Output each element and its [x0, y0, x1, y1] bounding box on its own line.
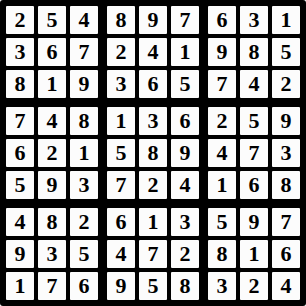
cell-r8c9[interactable]: 6 [272, 240, 300, 268]
cell-r4c5[interactable]: 3 [139, 107, 167, 135]
cell-r4c1[interactable]: 7 [6, 107, 34, 135]
cell-r7c5[interactable]: 1 [139, 208, 167, 236]
cell-r5c5[interactable]: 8 [139, 139, 167, 167]
cell-r6c2[interactable]: 9 [38, 171, 66, 199]
cell-r6c5[interactable]: 2 [139, 171, 167, 199]
cell-r3c2[interactable]: 1 [38, 70, 66, 98]
cell-r1c8[interactable]: 3 [240, 6, 268, 34]
cell-r5c8[interactable]: 7 [240, 139, 268, 167]
board-row-5: 621589473 [6, 139, 300, 167]
cell-r8c1[interactable]: 9 [6, 240, 34, 268]
cell-r8c6[interactable]: 2 [171, 240, 199, 268]
board-row-2: 367241985 [6, 38, 300, 66]
cell-r9c6[interactable]: 8 [171, 272, 199, 300]
cell-r6c9[interactable]: 8 [272, 171, 300, 199]
cell-r4c6[interactable]: 6 [171, 107, 199, 135]
cell-r6c1[interactable]: 5 [6, 171, 34, 199]
cell-r5c4[interactable]: 5 [107, 139, 135, 167]
cell-r4c3[interactable]: 8 [70, 107, 98, 135]
board-row-7: 482613597 [6, 208, 300, 236]
board-row-1: 254897631 [6, 6, 300, 34]
cell-r9c2[interactable]: 7 [38, 272, 66, 300]
cell-r9c4[interactable]: 9 [107, 272, 135, 300]
cell-r9c8[interactable]: 2 [240, 272, 268, 300]
board-row-6: 593724168 [6, 171, 300, 199]
cell-r6c8[interactable]: 6 [240, 171, 268, 199]
cell-r3c7[interactable]: 7 [208, 70, 236, 98]
cell-r1c4[interactable]: 8 [107, 6, 135, 34]
cell-r5c1[interactable]: 6 [6, 139, 34, 167]
cell-r3c6[interactable]: 5 [171, 70, 199, 98]
cell-r5c3[interactable]: 1 [70, 139, 98, 167]
board-row-3: 819365742 [6, 70, 300, 98]
cell-r3c4[interactable]: 3 [107, 70, 135, 98]
cell-r3c3[interactable]: 9 [70, 70, 98, 98]
cell-r6c3[interactable]: 3 [70, 171, 98, 199]
cell-r3c5[interactable]: 6 [139, 70, 167, 98]
cell-r2c1[interactable]: 3 [6, 38, 34, 66]
cell-r4c4[interactable]: 1 [107, 107, 135, 135]
cell-r3c1[interactable]: 8 [6, 70, 34, 98]
cell-r8c8[interactable]: 1 [240, 240, 268, 268]
cell-r4c8[interactable]: 5 [240, 107, 268, 135]
cell-r5c6[interactable]: 9 [171, 139, 199, 167]
cell-r2c3[interactable]: 7 [70, 38, 98, 66]
cell-r1c3[interactable]: 4 [70, 6, 98, 34]
cell-r7c3[interactable]: 2 [70, 208, 98, 236]
cell-r1c9[interactable]: 1 [272, 6, 300, 34]
cell-r7c1[interactable]: 4 [6, 208, 34, 236]
cell-r8c4[interactable]: 4 [107, 240, 135, 268]
cell-r4c7[interactable]: 2 [208, 107, 236, 135]
cell-r9c9[interactable]: 4 [272, 272, 300, 300]
cell-r5c7[interactable]: 4 [208, 139, 236, 167]
cell-r2c4[interactable]: 2 [107, 38, 135, 66]
cell-r4c2[interactable]: 4 [38, 107, 66, 135]
cell-r3c9[interactable]: 2 [272, 70, 300, 98]
cell-r7c9[interactable]: 7 [272, 208, 300, 236]
cell-r8c5[interactable]: 7 [139, 240, 167, 268]
cell-r6c4[interactable]: 7 [107, 171, 135, 199]
cell-r7c2[interactable]: 8 [38, 208, 66, 236]
board-row-8: 935472816 [6, 240, 300, 268]
cell-r9c7[interactable]: 3 [208, 272, 236, 300]
cell-r8c2[interactable]: 3 [38, 240, 66, 268]
cell-r4c9[interactable]: 9 [272, 107, 300, 135]
cell-r8c7[interactable]: 8 [208, 240, 236, 268]
cell-r2c9[interactable]: 5 [272, 38, 300, 66]
board-row-4: 748136259 [6, 107, 300, 135]
cell-r5c9[interactable]: 3 [272, 139, 300, 167]
cell-r1c2[interactable]: 5 [38, 6, 66, 34]
cell-r2c6[interactable]: 1 [171, 38, 199, 66]
cell-r9c3[interactable]: 6 [70, 272, 98, 300]
sudoku-board: 2548976313672419858193657427481362596215… [0, 0, 306, 306]
cell-r5c2[interactable]: 2 [38, 139, 66, 167]
cell-r6c7[interactable]: 1 [208, 171, 236, 199]
cell-r1c7[interactable]: 6 [208, 6, 236, 34]
cell-r7c8[interactable]: 9 [240, 208, 268, 236]
cell-r9c1[interactable]: 1 [6, 272, 34, 300]
cell-r9c5[interactable]: 5 [139, 272, 167, 300]
cell-r2c5[interactable]: 4 [139, 38, 167, 66]
cell-r7c4[interactable]: 6 [107, 208, 135, 236]
cell-r1c6[interactable]: 7 [171, 6, 199, 34]
cell-r6c6[interactable]: 4 [171, 171, 199, 199]
cell-r7c7[interactable]: 5 [208, 208, 236, 236]
cell-r1c5[interactable]: 9 [139, 6, 167, 34]
board-row-9: 176958324 [6, 272, 300, 300]
cell-r2c8[interactable]: 8 [240, 38, 268, 66]
cell-r8c3[interactable]: 5 [70, 240, 98, 268]
cell-r2c7[interactable]: 9 [208, 38, 236, 66]
cell-r2c2[interactable]: 6 [38, 38, 66, 66]
cell-r7c6[interactable]: 3 [171, 208, 199, 236]
cell-r1c1[interactable]: 2 [6, 6, 34, 34]
cell-r3c8[interactable]: 4 [240, 70, 268, 98]
